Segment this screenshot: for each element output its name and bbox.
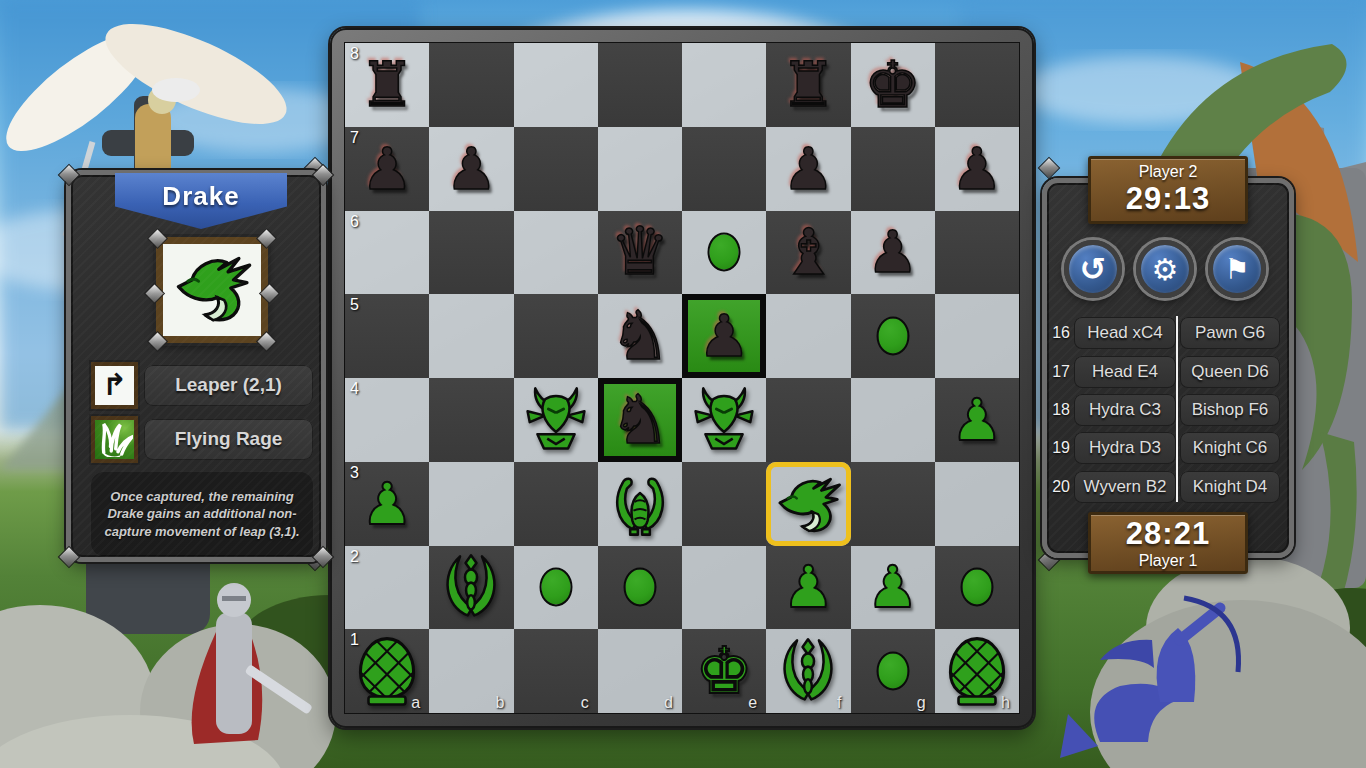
piece-black-knight[interactable]: ♞ [598, 378, 682, 462]
move-player2[interactable]: Bishop F6 [1180, 394, 1280, 426]
square-a6[interactable]: 6 [345, 211, 429, 295]
piece-name-banner: Drake [115, 173, 287, 229]
square-d2[interactable] [598, 546, 682, 630]
square-e4[interactable] [682, 378, 766, 462]
move-dot[interactable] [960, 568, 993, 607]
piece-black-knight[interactable]: ♞ [598, 294, 682, 378]
move-dot[interactable] [876, 652, 909, 691]
square-c3[interactable] [514, 462, 598, 546]
portrait-spike [259, 283, 280, 304]
move-dot[interactable] [708, 233, 741, 272]
square-d8[interactable] [598, 43, 682, 127]
square-c6[interactable] [514, 211, 598, 295]
piece-green-hydra[interactable] [598, 462, 682, 546]
square-e8[interactable] [682, 43, 766, 127]
move-number: 16 [1044, 324, 1070, 342]
square-f1[interactable]: f [766, 629, 850, 713]
rank-label-2: 2 [350, 548, 359, 566]
square-a5[interactable]: 5 [345, 294, 429, 378]
square-c7[interactable] [514, 127, 598, 211]
move-dot[interactable] [539, 568, 572, 607]
ability-label-leaper: Leaper (2,1) [144, 365, 313, 406]
move-player2[interactable]: Queen D6 [1180, 356, 1280, 388]
square-a1[interactable]: 1a [345, 629, 429, 713]
move-dot[interactable] [876, 317, 909, 356]
piece-green-drake[interactable] [766, 462, 850, 546]
square-h5[interactable] [935, 294, 1019, 378]
move-number: 18 [1044, 401, 1070, 419]
square-e3[interactable] [682, 462, 766, 546]
square-b6[interactable] [429, 211, 513, 295]
piece-name: Drake [162, 181, 239, 229]
piece-black-bishop[interactable]: ♝ [766, 211, 850, 295]
move-player1[interactable]: Wyvern B2 [1074, 471, 1176, 503]
player2-time: 29:13 [1091, 181, 1245, 217]
portrait-spike [256, 228, 277, 249]
move-row-17: 17Head E4Queen D6 [1044, 352, 1294, 390]
square-b8[interactable] [429, 43, 513, 127]
move-row-18: 18Hydra C3Bishop F6 [1044, 391, 1294, 429]
move-row-20: 20Wyvern B2Knight D4 [1044, 468, 1294, 506]
square-g1[interactable]: g [851, 629, 935, 713]
move-player2[interactable]: Knight D4 [1180, 471, 1280, 503]
file-label-g: g [917, 694, 926, 712]
move-player2[interactable]: Pawn G6 [1180, 317, 1280, 349]
square-b4[interactable] [429, 378, 513, 462]
square-a4[interactable]: 4 [345, 378, 429, 462]
piece-portrait [156, 237, 268, 343]
flag-icon: ⚑ [1224, 253, 1249, 286]
square-h8[interactable] [935, 43, 1019, 127]
player1-name: Player 1 [1091, 552, 1245, 570]
player2-name: Player 2 [1091, 163, 1245, 181]
portrait-spike [147, 331, 168, 352]
portrait-spike [144, 283, 165, 304]
ability-row-leaper: ↱ Leaper (2,1) [91, 361, 313, 409]
player1-clock: 28:21 Player 1 [1088, 512, 1248, 574]
square-b5[interactable] [429, 294, 513, 378]
square-b1[interactable]: b [429, 629, 513, 713]
move-player1[interactable]: Hydra D3 [1074, 432, 1176, 464]
move-number: 17 [1044, 363, 1070, 381]
settings-button[interactable]: ⚙ [1136, 240, 1194, 298]
file-label-c: c [581, 694, 589, 712]
piece-green-wyvern[interactable] [429, 546, 513, 630]
piece-black-rook[interactable]: ♜ [345, 43, 429, 127]
move-player1[interactable]: Hydra C3 [1074, 394, 1176, 426]
piece-green-king[interactable]: ♚ [682, 629, 766, 713]
gear-icon: ⚙ [1152, 252, 1179, 287]
square-d6[interactable]: ♛ [598, 211, 682, 295]
piece-green-pawn[interactable]: ♟ [935, 378, 1019, 462]
drake-portrait-icon [169, 245, 255, 335]
leap-arrow-icon: ↱ [91, 362, 138, 409]
square-c4[interactable] [514, 378, 598, 462]
square-g3[interactable] [851, 462, 935, 546]
square-f5[interactable] [766, 294, 850, 378]
piece-green-egg[interactable] [935, 629, 1019, 713]
piece-green-pawn[interactable]: ♟ [345, 462, 429, 546]
move-row-19: 19Hydra D3Knight C6 [1044, 429, 1294, 467]
square-a7[interactable]: 7♟ [345, 127, 429, 211]
square-d3[interactable] [598, 462, 682, 546]
piece-black-pawn[interactable]: ♟ [766, 127, 850, 211]
rank-label-4: 4 [350, 380, 359, 398]
player1-time: 28:21 [1091, 516, 1245, 552]
piece-black-king[interactable]: ♚ [851, 43, 935, 127]
piece-green-wyvern[interactable] [766, 629, 850, 713]
square-f2[interactable]: ♟ [766, 546, 850, 630]
move-player1[interactable]: Head xC4 [1074, 317, 1176, 349]
square-g8[interactable]: ♚ [851, 43, 935, 127]
piece-black-pawn[interactable]: ♟ [851, 211, 935, 295]
rank-label-6: 6 [350, 213, 359, 231]
square-c5[interactable] [514, 294, 598, 378]
piece-green-pawn[interactable]: ♟ [851, 546, 935, 630]
square-e2[interactable] [682, 546, 766, 630]
piece-black-queen[interactable]: ♛ [598, 211, 682, 295]
ability-description: Once captured, the remaining Drake gains… [90, 471, 314, 557]
square-b2[interactable] [429, 546, 513, 630]
square-h3[interactable] [935, 462, 1019, 546]
square-f8[interactable]: ♜ [766, 43, 850, 127]
mermaid-figure [1060, 556, 1366, 768]
move-dot[interactable] [623, 568, 656, 607]
square-f7[interactable]: ♟ [766, 127, 850, 211]
piece-black-pawn[interactable]: ♟ [345, 127, 429, 211]
piece-black-pawn[interactable]: ♟ [682, 294, 766, 378]
square-d1[interactable]: d [598, 629, 682, 713]
rank-label-5: 5 [350, 296, 359, 314]
piece-green-egg[interactable] [345, 629, 429, 713]
chess-board: 8♜♜♚7♟♟♟♟6♛♝♟5♞♟4♞♟3♟2♟♟1abcde♚fgh [345, 43, 1019, 713]
claw-icon [91, 416, 138, 463]
square-c8[interactable] [514, 43, 598, 127]
move-number: 20 [1044, 478, 1070, 496]
undo-icon: ↺ [1080, 250, 1107, 288]
square-c2[interactable] [514, 546, 598, 630]
portrait-spike [256, 331, 277, 352]
square-g4[interactable] [851, 378, 935, 462]
square-h6[interactable] [935, 211, 1019, 295]
move-history-divider [1176, 316, 1178, 502]
piece-green-head[interactable] [682, 378, 766, 462]
square-d4[interactable]: ♞ [598, 378, 682, 462]
square-h4[interactable]: ♟ [935, 378, 1019, 462]
square-e7[interactable] [682, 127, 766, 211]
square-b3[interactable] [429, 462, 513, 546]
square-b7[interactable]: ♟ [429, 127, 513, 211]
portrait-spike [147, 228, 168, 249]
resign-button[interactable]: ⚑ [1208, 240, 1266, 298]
square-a2[interactable]: 2 [345, 546, 429, 630]
square-f3[interactable] [766, 462, 850, 546]
move-history: 16Head xC4Pawn G617Head E4Queen D618Hydr… [1044, 314, 1294, 506]
square-g6[interactable]: ♟ [851, 211, 935, 295]
move-player1[interactable]: Head E4 [1074, 356, 1176, 388]
square-e6[interactable] [682, 211, 766, 295]
square-f6[interactable]: ♝ [766, 211, 850, 295]
piece-black-pawn[interactable]: ♟ [935, 127, 1019, 211]
piece-green-pawn[interactable]: ♟ [766, 546, 850, 630]
square-f4[interactable] [766, 378, 850, 462]
ability-label-flying-rage: Flying Rage [144, 419, 313, 460]
square-e5[interactable]: ♟ [682, 294, 766, 378]
move-number: 19 [1044, 439, 1070, 457]
square-d5[interactable]: ♞ [598, 294, 682, 378]
square-c1[interactable]: c [514, 629, 598, 713]
ability-row-flying-rage: Flying Rage [91, 415, 313, 463]
square-h1[interactable]: h [935, 629, 1019, 713]
square-e1[interactable]: e♚ [682, 629, 766, 713]
board-frame: 8♜♜♚7♟♟♟♟6♛♝♟5♞♟4♞♟3♟2♟♟1abcde♚fgh [330, 28, 1034, 728]
file-label-b: b [496, 694, 505, 712]
file-label-d: d [664, 694, 673, 712]
piece-green-head[interactable] [514, 378, 598, 462]
square-g2[interactable]: ♟ [851, 546, 935, 630]
move-row-16: 16Head xC4Pawn G6 [1044, 314, 1294, 352]
square-a8[interactable]: 8♜ [345, 43, 429, 127]
piece-black-rook[interactable]: ♜ [766, 43, 850, 127]
square-h2[interactable] [935, 546, 1019, 630]
square-d7[interactable] [598, 127, 682, 211]
piece-info-panel: Drake ↱ Leaper (2,1) Flying Rage Once ca… [66, 170, 326, 562]
piece-black-pawn[interactable]: ♟ [429, 127, 513, 211]
square-a3[interactable]: 3♟ [345, 462, 429, 546]
square-g5[interactable] [851, 294, 935, 378]
player2-clock: Player 2 29:13 [1088, 156, 1248, 224]
square-h7[interactable]: ♟ [935, 127, 1019, 211]
undo-button[interactable]: ↺ [1064, 240, 1122, 298]
move-player2[interactable]: Knight C6 [1180, 432, 1280, 464]
square-g7[interactable] [851, 127, 935, 211]
